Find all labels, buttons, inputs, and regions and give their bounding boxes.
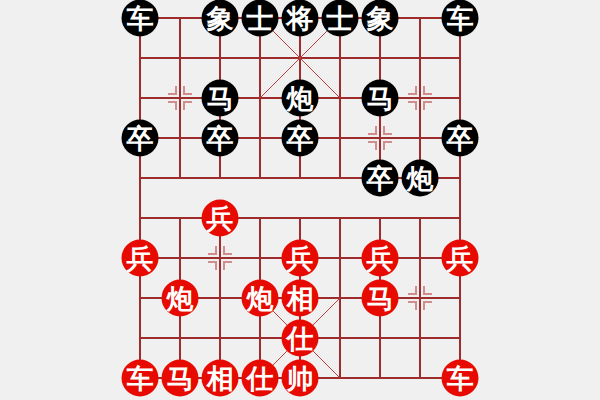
board-point[interactable]: 炮 (280, 78, 320, 118)
board-point[interactable] (320, 198, 360, 238)
board-point[interactable] (240, 118, 280, 158)
piece-red-soldier[interactable]: 兵 (362, 240, 399, 277)
board-point[interactable] (160, 78, 200, 118)
board-point[interactable] (400, 238, 440, 278)
board-point[interactable] (120, 278, 160, 318)
board-point[interactable]: 车 (440, 358, 480, 398)
piece-black-elephant[interactable]: 象 (202, 0, 239, 37)
board-point[interactable] (320, 38, 360, 78)
piece-red-cannon[interactable]: 炮 (162, 280, 199, 317)
board-grid: 车象士将士象车马炮马卒卒卒卒卒炮兵兵兵兵兵炮炮相马仕车马相仕帅车 (120, 0, 480, 398)
board-point[interactable]: 士 (240, 0, 280, 38)
board-point[interactable] (160, 158, 200, 198)
piece-red-soldier[interactable]: 兵 (282, 240, 319, 277)
piece-black-soldier[interactable]: 卒 (282, 120, 319, 157)
board-point[interactable] (360, 358, 400, 398)
board-point[interactable] (320, 358, 360, 398)
board-point[interactable]: 兵 (360, 238, 400, 278)
board-point[interactable] (160, 118, 200, 158)
board-point[interactable] (280, 198, 320, 238)
board-point[interactable] (200, 278, 240, 318)
piece-black-horse[interactable]: 马 (202, 80, 239, 117)
board-point[interactable]: 士 (320, 0, 360, 38)
board-point[interactable] (200, 158, 240, 198)
piece-red-advisor[interactable]: 仕 (282, 320, 319, 357)
piece-red-advisor[interactable]: 仕 (242, 360, 279, 397)
board-point[interactable]: 车 (120, 358, 160, 398)
board-point[interactable] (120, 198, 160, 238)
board-point[interactable] (240, 318, 280, 358)
board-point[interactable]: 炮 (400, 158, 440, 198)
piece-red-cannon[interactable]: 炮 (242, 280, 279, 317)
piece-black-horse[interactable]: 马 (362, 80, 399, 117)
board-point[interactable] (320, 318, 360, 358)
board-point[interactable] (240, 158, 280, 198)
board-point[interactable] (440, 198, 480, 238)
board-point[interactable]: 象 (200, 0, 240, 38)
board-point[interactable] (240, 78, 280, 118)
board-point[interactable]: 车 (120, 0, 160, 38)
board-point[interactable]: 炮 (160, 278, 200, 318)
piece-black-elephant[interactable]: 象 (362, 0, 399, 37)
board-point[interactable] (320, 158, 360, 198)
board-point[interactable] (320, 278, 360, 318)
board-point[interactable]: 帅 (280, 358, 320, 398)
piece-red-chariot[interactable]: 车 (122, 360, 159, 397)
board-point[interactable]: 仕 (280, 318, 320, 358)
board-point[interactable]: 兵 (120, 238, 160, 278)
piece-red-general[interactable]: 帅 (282, 360, 319, 397)
board-point[interactable] (240, 198, 280, 238)
piece-red-elephant[interactable]: 相 (282, 280, 319, 317)
board-point[interactable] (160, 238, 200, 278)
board-point[interactable]: 卒 (280, 118, 320, 158)
board-point[interactable] (360, 318, 400, 358)
board-point[interactable] (440, 38, 480, 78)
board-point[interactable] (440, 278, 480, 318)
board-point[interactable] (440, 158, 480, 198)
piece-red-soldier[interactable]: 兵 (442, 240, 479, 277)
piece-black-general[interactable]: 将 (282, 0, 319, 37)
piece-black-soldier[interactable]: 卒 (122, 120, 159, 157)
piece-black-chariot[interactable]: 车 (122, 0, 159, 37)
board-point[interactable]: 兵 (280, 238, 320, 278)
board-point[interactable]: 卒 (120, 118, 160, 158)
board-point[interactable]: 马 (200, 78, 240, 118)
board-point[interactable]: 兵 (200, 198, 240, 238)
board-point[interactable]: 将 (280, 0, 320, 38)
board-point[interactable] (280, 158, 320, 198)
board-point[interactable] (400, 318, 440, 358)
board-point[interactable]: 卒 (200, 118, 240, 158)
board-point[interactable] (160, 0, 200, 38)
board-point[interactable] (160, 198, 200, 238)
xiangqi-app: 车象士将士象车马炮马卒卒卒卒卒炮兵兵兵兵兵炮炮相马仕车马相仕帅车 (0, 0, 600, 400)
board-point[interactable] (360, 38, 400, 78)
board-point[interactable]: 卒 (360, 158, 400, 198)
board-point[interactable] (400, 38, 440, 78)
piece-black-advisor[interactable]: 士 (242, 0, 279, 37)
piece-black-chariot[interactable]: 车 (442, 0, 479, 37)
board-point[interactable] (200, 238, 240, 278)
board-point[interactable] (280, 38, 320, 78)
board-point[interactable] (240, 238, 280, 278)
board-point[interactable] (400, 198, 440, 238)
board-point[interactable] (240, 38, 280, 78)
board-point[interactable] (320, 238, 360, 278)
board-point[interactable] (440, 318, 480, 358)
board-point[interactable] (120, 158, 160, 198)
piece-red-soldier[interactable]: 兵 (202, 200, 239, 237)
board-point[interactable]: 炮 (240, 278, 280, 318)
board-point[interactable] (320, 78, 360, 118)
board-point[interactable] (120, 38, 160, 78)
piece-red-soldier[interactable]: 兵 (122, 240, 159, 277)
board-point[interactable] (160, 318, 200, 358)
board-point[interactable]: 马 (160, 358, 200, 398)
board-point[interactable]: 兵 (440, 238, 480, 278)
board-point[interactable] (360, 118, 400, 158)
board-point[interactable]: 马 (360, 278, 400, 318)
board-point[interactable]: 仕 (240, 358, 280, 398)
board-point[interactable] (440, 78, 480, 118)
piece-black-cannon[interactable]: 炮 (402, 160, 439, 197)
board-point[interactable]: 马 (360, 78, 400, 118)
piece-red-chariot[interactable]: 车 (442, 360, 479, 397)
board-point[interactable] (120, 318, 160, 358)
piece-black-soldier[interactable]: 卒 (202, 120, 239, 157)
board-point[interactable]: 相 (280, 278, 320, 318)
piece-red-elephant[interactable]: 相 (202, 360, 239, 397)
board-point[interactable] (200, 38, 240, 78)
piece-red-horse[interactable]: 马 (362, 280, 399, 317)
piece-black-advisor[interactable]: 士 (322, 0, 359, 37)
piece-black-soldier[interactable]: 卒 (442, 120, 479, 157)
board-point[interactable] (400, 278, 440, 318)
board-point[interactable] (400, 0, 440, 38)
board-point[interactable] (320, 118, 360, 158)
piece-black-soldier[interactable]: 卒 (362, 160, 399, 197)
board-point[interactable]: 象 (360, 0, 400, 38)
board-point[interactable]: 卒 (440, 118, 480, 158)
piece-black-cannon[interactable]: 炮 (282, 80, 319, 117)
board-point[interactable] (120, 78, 160, 118)
board-point[interactable] (400, 78, 440, 118)
board-point[interactable] (200, 318, 240, 358)
piece-red-horse[interactable]: 马 (162, 360, 199, 397)
board-point[interactable] (160, 38, 200, 78)
board-point[interactable]: 车 (440, 0, 480, 38)
board-point[interactable] (400, 358, 440, 398)
board-point[interactable] (360, 198, 400, 238)
board-point[interactable] (400, 118, 440, 158)
board-point[interactable]: 相 (200, 358, 240, 398)
